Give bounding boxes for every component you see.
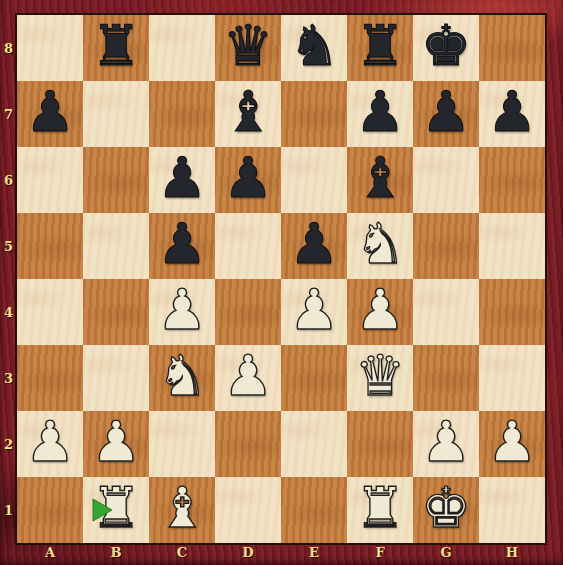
white-pawn-c4[interactable]: ♟ — [157, 282, 207, 338]
square-h3[interactable] — [479, 345, 545, 411]
square-c7[interactable] — [149, 81, 215, 147]
black-pawn-f7[interactable]: ♟ — [355, 84, 405, 140]
chess-board: ♜♛♞♜♚♟♝♟♟♟♟♟♝♟♟♞♟♟♟♞♟♛♟♟♟♟♜♝♜♚ — [17, 15, 545, 543]
black-pawn-d6[interactable]: ♟ — [223, 150, 273, 206]
square-g1[interactable]: ♚ — [413, 477, 479, 543]
black-pawn-c5[interactable]: ♟ — [157, 216, 207, 272]
square-h5[interactable] — [479, 213, 545, 279]
black-bishop-d7[interactable]: ♝ — [223, 84, 273, 140]
black-bishop-f6[interactable]: ♝ — [355, 150, 405, 206]
square-g8[interactable]: ♚ — [413, 15, 479, 81]
square-f2[interactable] — [347, 411, 413, 477]
square-h6[interactable] — [479, 147, 545, 213]
square-e1[interactable] — [281, 477, 347, 543]
square-f7[interactable]: ♟ — [347, 81, 413, 147]
square-c3[interactable]: ♞ — [149, 345, 215, 411]
square-b6[interactable] — [83, 147, 149, 213]
white-pawn-b2[interactable]: ♟ — [91, 414, 141, 470]
rank-label-1: 1 — [0, 477, 17, 543]
square-b5[interactable] — [83, 213, 149, 279]
square-h8[interactable] — [479, 15, 545, 81]
square-c6[interactable]: ♟ — [149, 147, 215, 213]
square-b3[interactable] — [83, 345, 149, 411]
square-e5[interactable]: ♟ — [281, 213, 347, 279]
rank-labels: 87654321 — [0, 15, 17, 543]
file-label-g: G — [413, 543, 479, 562]
file-label-f: F — [347, 543, 413, 562]
square-d5[interactable] — [215, 213, 281, 279]
white-bishop-c1[interactable]: ♝ — [157, 480, 207, 536]
rank-label-2: 2 — [0, 411, 17, 477]
square-d8[interactable]: ♛ — [215, 15, 281, 81]
square-g2[interactable]: ♟ — [413, 411, 479, 477]
square-f8[interactable]: ♜ — [347, 15, 413, 81]
square-a6[interactable] — [17, 147, 83, 213]
file-label-c: C — [149, 543, 215, 562]
square-a3[interactable] — [17, 345, 83, 411]
black-pawn-c6[interactable]: ♟ — [157, 150, 207, 206]
white-pawn-h2[interactable]: ♟ — [487, 414, 537, 470]
square-c4[interactable]: ♟ — [149, 279, 215, 345]
square-e7[interactable] — [281, 81, 347, 147]
square-f3[interactable]: ♛ — [347, 345, 413, 411]
white-pawn-e4[interactable]: ♟ — [289, 282, 339, 338]
square-d1[interactable] — [215, 477, 281, 543]
square-f5[interactable]: ♞ — [347, 213, 413, 279]
square-a8[interactable] — [17, 15, 83, 81]
rank-label-4: 4 — [0, 279, 17, 345]
square-f6[interactable]: ♝ — [347, 147, 413, 213]
square-g6[interactable] — [413, 147, 479, 213]
black-knight-e8[interactable]: ♞ — [289, 18, 339, 74]
square-b7[interactable] — [83, 81, 149, 147]
black-pawn-e5[interactable]: ♟ — [289, 216, 339, 272]
square-a2[interactable]: ♟ — [17, 411, 83, 477]
file-labels: ABCDEFGH — [17, 543, 545, 562]
black-rook-b8[interactable]: ♜ — [91, 18, 141, 74]
square-c8[interactable] — [149, 15, 215, 81]
rank-label-6: 6 — [0, 147, 17, 213]
white-knight-c3[interactable]: ♞ — [157, 348, 207, 404]
square-d4[interactable] — [215, 279, 281, 345]
square-e4[interactable]: ♟ — [281, 279, 347, 345]
square-c2[interactable] — [149, 411, 215, 477]
rank-label-8: 8 — [0, 15, 17, 81]
black-pawn-a7[interactable]: ♟ — [25, 84, 75, 140]
square-c1[interactable]: ♝ — [149, 477, 215, 543]
file-label-b: B — [83, 543, 149, 562]
black-rook-f8[interactable]: ♜ — [355, 18, 405, 74]
white-pawn-a2[interactable]: ♟ — [25, 414, 75, 470]
chess-diagram: ♜♛♞♜♚♟♝♟♟♟♟♟♝♟♟♞♟♟♟♞♟♛♟♟♟♟♜♝♜♚ 87654321 … — [0, 0, 563, 565]
rank-label-7: 7 — [0, 81, 17, 147]
square-d2[interactable] — [215, 411, 281, 477]
square-b8[interactable]: ♜ — [83, 15, 149, 81]
white-knight-f5[interactable]: ♞ — [355, 216, 405, 272]
file-label-d: D — [215, 543, 281, 562]
square-b4[interactable] — [83, 279, 149, 345]
file-label-h: H — [479, 543, 545, 562]
square-c5[interactable]: ♟ — [149, 213, 215, 279]
white-pawn-g2[interactable]: ♟ — [421, 414, 471, 470]
square-e2[interactable] — [281, 411, 347, 477]
square-f4[interactable]: ♟ — [347, 279, 413, 345]
rank-label-3: 3 — [0, 345, 17, 411]
rank-label-5: 5 — [0, 213, 17, 279]
square-e8[interactable]: ♞ — [281, 15, 347, 81]
file-label-a: A — [17, 543, 83, 562]
square-g7[interactable]: ♟ — [413, 81, 479, 147]
square-b2[interactable]: ♟ — [83, 411, 149, 477]
black-pawn-h7[interactable]: ♟ — [487, 84, 537, 140]
square-a5[interactable] — [17, 213, 83, 279]
square-h2[interactable]: ♟ — [479, 411, 545, 477]
square-g3[interactable] — [413, 345, 479, 411]
square-h7[interactable]: ♟ — [479, 81, 545, 147]
square-h4[interactable] — [479, 279, 545, 345]
square-a7[interactable]: ♟ — [17, 81, 83, 147]
square-g5[interactable] — [413, 213, 479, 279]
square-e6[interactable] — [281, 147, 347, 213]
white-pawn-d3[interactable]: ♟ — [223, 348, 273, 404]
square-h1[interactable] — [479, 477, 545, 543]
black-pawn-g7[interactable]: ♟ — [421, 84, 471, 140]
file-label-e: E — [281, 543, 347, 562]
square-d7[interactable]: ♝ — [215, 81, 281, 147]
white-pawn-f4[interactable]: ♟ — [355, 282, 405, 338]
square-b1[interactable]: ♜ — [83, 477, 149, 543]
square-f1[interactable]: ♜ — [347, 477, 413, 543]
square-e3[interactable] — [281, 345, 347, 411]
square-g4[interactable] — [413, 279, 479, 345]
white-rook-f1[interactable]: ♜ — [355, 480, 405, 536]
square-a1[interactable] — [17, 477, 83, 543]
square-d6[interactable]: ♟ — [215, 147, 281, 213]
black-queen-d8[interactable]: ♛ — [223, 18, 273, 74]
white-queen-f3[interactable]: ♛ — [355, 348, 405, 404]
white-king-g1[interactable]: ♚ — [421, 480, 471, 536]
square-a4[interactable] — [17, 279, 83, 345]
white-rook-b1[interactable]: ♜ — [91, 480, 141, 536]
black-king-g8[interactable]: ♚ — [421, 18, 471, 74]
square-d3[interactable]: ♟ — [215, 345, 281, 411]
